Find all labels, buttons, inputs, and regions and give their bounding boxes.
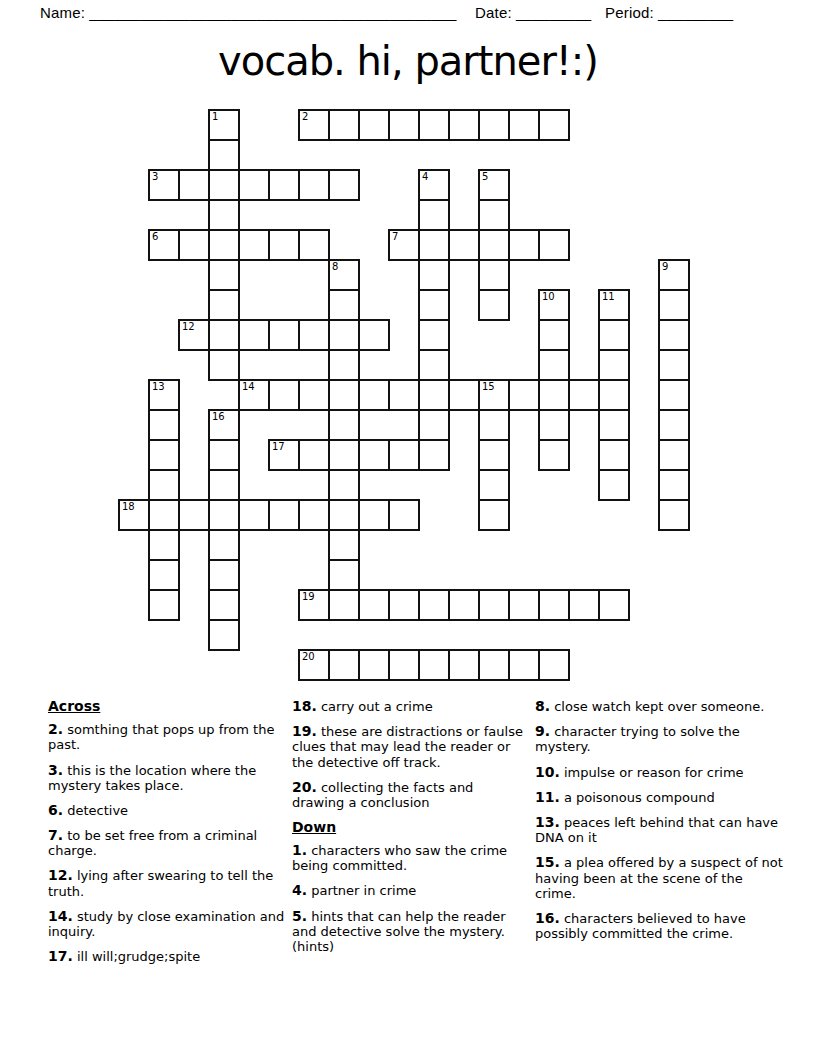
clue-text: a poisonous compound	[564, 790, 715, 805]
clue-text: lying after swearing to tell the truth.	[48, 868, 273, 898]
clue-number: 15.	[535, 854, 560, 870]
clue-number: 11.	[535, 789, 560, 805]
clue-text: characters believed to have possibly com…	[535, 911, 746, 941]
grid-cell[interactable]	[208, 289, 240, 321]
grid-cell[interactable]	[328, 439, 360, 471]
grid-cell[interactable]	[298, 319, 330, 351]
clue-number: 20.	[292, 779, 317, 795]
grid-cell[interactable]	[598, 319, 630, 351]
grid-cell[interactable]	[268, 379, 300, 411]
clue-text: ill will;grudge;spite	[77, 949, 200, 964]
grid-cell[interactable]	[208, 229, 240, 261]
grid-cell[interactable]	[508, 229, 540, 261]
clue-number: 6.	[48, 802, 63, 818]
grid-cell[interactable]	[448, 649, 480, 681]
grid-cell[interactable]	[598, 589, 630, 621]
clue-number: 18.	[292, 698, 317, 714]
grid-cell[interactable]	[568, 379, 600, 411]
clue-text: partner in crime	[311, 883, 416, 898]
clue-item: 14. study by close examination and inqui…	[48, 908, 286, 939]
clue-item: 3. this is the location where the myster…	[48, 762, 286, 793]
clue-text: peaces left behind that can have DNA on …	[535, 815, 778, 845]
grid-cell[interactable]	[478, 199, 510, 231]
crossword-grid: 1234567891011121314151617181920	[119, 110, 691, 682]
clue-number: 16.	[535, 910, 560, 926]
grid-cell[interactable]	[508, 649, 540, 681]
grid-cell[interactable]	[328, 649, 360, 681]
clue-number: 17.	[48, 948, 73, 964]
grid-cell[interactable]	[178, 169, 210, 201]
clue-item: 19. these are distractions or faulse clu…	[292, 723, 524, 769]
clue-number: 14.	[48, 908, 73, 924]
grid-cell[interactable]	[388, 589, 420, 621]
grid-cell[interactable]	[208, 469, 240, 501]
grid-cell[interactable]	[418, 439, 450, 471]
clue-number: 1.	[292, 842, 307, 858]
clue-item: 7. to be set free from a criminal charge…	[48, 827, 286, 858]
grid-cell[interactable]	[298, 379, 330, 411]
clue-number: 10.	[535, 764, 560, 780]
grid-cell[interactable]	[328, 169, 360, 201]
grid-cell[interactable]	[268, 229, 300, 261]
clue-item: 11. a poisonous compound	[535, 789, 787, 805]
grid-cell[interactable]	[358, 379, 390, 411]
clue-item: 10. impulse or reason for crime	[535, 764, 787, 780]
grid-cell[interactable]	[328, 469, 360, 501]
grid-cell[interactable]	[568, 589, 600, 621]
grid-cell[interactable]	[208, 529, 240, 561]
grid-cell[interactable]	[208, 619, 240, 651]
grid-cell[interactable]	[658, 259, 690, 291]
clue-text: hints that can help the reader and detec…	[292, 909, 506, 954]
grid-cell[interactable]	[598, 379, 630, 411]
clue-text: impulse or reason for crime	[564, 765, 744, 780]
grid-cell[interactable]	[538, 289, 570, 321]
clue-number: 4.	[292, 882, 307, 898]
grid-cell[interactable]	[208, 439, 240, 471]
grid-cell[interactable]	[328, 109, 360, 141]
grid-cell[interactable]	[418, 289, 450, 321]
clue-number: 2.	[48, 721, 63, 737]
grid-cell[interactable]	[208, 499, 240, 531]
grid-cell[interactable]	[148, 499, 180, 531]
grid-cell[interactable]	[358, 109, 390, 141]
grid-cell[interactable]	[538, 349, 570, 381]
grid-cell[interactable]	[538, 439, 570, 471]
grid-cell[interactable]	[658, 499, 690, 531]
grid-cell[interactable]	[538, 229, 570, 261]
clue-number: 13.	[535, 814, 560, 830]
clue-item: 18. carry out a crime	[292, 698, 524, 714]
grid-cell[interactable]	[478, 229, 510, 261]
clue-item: 17. ill will;grudge;spite	[48, 948, 286, 964]
grid-cell[interactable]	[658, 379, 690, 411]
grid-cell[interactable]	[328, 289, 360, 321]
grid-cell[interactable]	[328, 319, 360, 351]
grid-cell[interactable]	[328, 379, 360, 411]
grid-cell[interactable]	[598, 439, 630, 471]
grid-cell[interactable]	[478, 109, 510, 141]
grid-cell[interactable]	[658, 439, 690, 471]
clue-text: this is the location where the mystery t…	[48, 763, 256, 793]
grid-cell[interactable]	[208, 109, 240, 141]
grid-cell[interactable]	[208, 199, 240, 231]
grid-cell[interactable]	[148, 589, 180, 621]
grid-cell[interactable]	[658, 349, 690, 381]
grid-cell[interactable]	[298, 169, 330, 201]
clue-text: these are distractions or faulse clues t…	[292, 724, 523, 769]
grid-cell[interactable]	[268, 499, 300, 531]
date-blank-line[interactable]: _________	[516, 4, 591, 21]
grid-cell[interactable]	[478, 259, 510, 291]
grid-cell[interactable]	[268, 169, 300, 201]
grid-cell[interactable]	[418, 409, 450, 441]
grid-cell[interactable]	[388, 499, 420, 531]
grid-cell[interactable]	[478, 469, 510, 501]
grid-cell[interactable]	[418, 229, 450, 261]
clue-item: 12. lying after swearing to tell the tru…	[48, 867, 286, 898]
clue-item: 6. detective	[48, 802, 286, 818]
clue-item: 4. partner in crime	[292, 882, 524, 898]
grid-cell[interactable]	[148, 229, 180, 261]
period-blank-line[interactable]: _________	[658, 4, 733, 21]
period-label: Period:	[605, 4, 654, 21]
grid-cell[interactable]	[328, 529, 360, 561]
grid-cell[interactable]	[328, 589, 360, 621]
grid-cell[interactable]	[658, 409, 690, 441]
grid-cell[interactable]	[358, 319, 390, 351]
grid-cell[interactable]	[478, 379, 510, 411]
grid-cell[interactable]	[358, 499, 390, 531]
grid-cell[interactable]	[478, 409, 510, 441]
clue-text: somthing that pops up from the past.	[48, 722, 274, 752]
grid-cell[interactable]	[448, 109, 480, 141]
clue-text: to be set free from a criminal charge.	[48, 828, 257, 858]
clue-item: 5. hints that can help the reader and de…	[292, 908, 524, 954]
grid-cell[interactable]	[208, 319, 240, 351]
grid-cell[interactable]	[328, 559, 360, 591]
clue-list-header: Across	[48, 698, 286, 714]
grid-cell[interactable]	[238, 379, 270, 411]
grid-cell[interactable]	[268, 439, 300, 471]
grid-cell[interactable]	[148, 409, 180, 441]
grid-cell[interactable]	[508, 379, 540, 411]
grid-cell[interactable]	[418, 109, 450, 141]
grid-cell[interactable]	[478, 169, 510, 201]
clue-number: 7.	[48, 827, 63, 843]
clue-number: 5.	[292, 908, 307, 924]
clue-text: collecting the facts and drawing a concl…	[292, 780, 473, 810]
grid-cell[interactable]	[658, 319, 690, 351]
grid-cell[interactable]	[478, 499, 510, 531]
clues-column-2: 18. carry out a crime19. these are distr…	[292, 698, 524, 963]
grid-cell[interactable]	[448, 379, 480, 411]
grid-cell[interactable]	[178, 319, 210, 351]
grid-cell[interactable]	[178, 499, 210, 531]
clue-item: 2. somthing that pops up from the past.	[48, 721, 286, 752]
grid-cell[interactable]	[418, 649, 450, 681]
grid-cell[interactable]	[208, 589, 240, 621]
grid-cell[interactable]	[388, 229, 420, 261]
grid-cell[interactable]	[598, 409, 630, 441]
grid-cell[interactable]	[148, 169, 180, 201]
grid-cell[interactable]	[238, 499, 270, 531]
clue-text: a plea offered by a suspect of not havin…	[535, 855, 783, 900]
grid-cell[interactable]	[238, 169, 270, 201]
puzzle-title: vocab. hi, partner!:)	[0, 38, 816, 84]
name-blank-line[interactable]: ________________________________________…	[89, 4, 456, 21]
grid-cell[interactable]	[208, 349, 240, 381]
clue-number: 12.	[48, 867, 73, 883]
grid-cell[interactable]	[148, 469, 180, 501]
grid-cell[interactable]	[538, 319, 570, 351]
grid-cell[interactable]	[598, 349, 630, 381]
clue-number: 9.	[535, 723, 550, 739]
grid-cell[interactable]	[358, 439, 390, 471]
grid-cell[interactable]	[148, 559, 180, 591]
grid-cell[interactable]	[148, 529, 180, 561]
grid-cell[interactable]	[388, 649, 420, 681]
grid-cell[interactable]	[358, 649, 390, 681]
grid-cell[interactable]	[238, 319, 270, 351]
grid-cell[interactable]	[178, 229, 210, 261]
grid-cell[interactable]	[298, 649, 330, 681]
clue-text: detective	[67, 803, 128, 818]
clue-item: 1. characters who saw the crime being co…	[292, 842, 524, 873]
grid-cell[interactable]	[478, 439, 510, 471]
grid-cell[interactable]	[478, 289, 510, 321]
clue-item: 13. peaces left behind that can have DNA…	[535, 814, 787, 845]
grid-cell[interactable]	[388, 109, 420, 141]
name-label: Name:	[40, 4, 85, 21]
grid-cell[interactable]	[298, 499, 330, 531]
grid-cell[interactable]	[448, 229, 480, 261]
clue-text: close watch kept over someone.	[554, 699, 764, 714]
grid-cell[interactable]	[658, 469, 690, 501]
grid-cell[interactable]	[148, 379, 180, 411]
grid-cell[interactable]	[208, 409, 240, 441]
grid-cell[interactable]	[208, 169, 240, 201]
grid-cell[interactable]	[418, 379, 450, 411]
grid-cell[interactable]	[298, 229, 330, 261]
grid-cell[interactable]	[328, 499, 360, 531]
grid-cell[interactable]	[478, 649, 510, 681]
clue-item: 20. collecting the facts and drawing a c…	[292, 779, 524, 810]
grid-cell[interactable]	[418, 349, 450, 381]
grid-cell[interactable]	[148, 439, 180, 471]
grid-cell[interactable]	[268, 319, 300, 351]
grid-cell[interactable]	[538, 109, 570, 141]
grid-cell[interactable]	[478, 589, 510, 621]
grid-cell[interactable]	[538, 589, 570, 621]
clue-item: 9. character trying to solve the mystery…	[535, 723, 787, 754]
grid-cell[interactable]	[388, 379, 420, 411]
date-label: Date:	[475, 4, 512, 21]
grid-cell[interactable]	[418, 319, 450, 351]
grid-cell[interactable]	[238, 229, 270, 261]
grid-cell[interactable]	[328, 259, 360, 291]
clue-text: character trying to solve the mystery.	[535, 724, 740, 754]
grid-cell[interactable]	[388, 439, 420, 471]
grid-cell[interactable]	[328, 409, 360, 441]
clue-number: 3.	[48, 762, 63, 778]
clue-item: 15. a plea offered by a suspect of not h…	[535, 854, 787, 900]
clues-column-3: 8. close watch kept over someone.9. char…	[535, 698, 787, 950]
grid-cell[interactable]	[298, 109, 330, 141]
grid-cell[interactable]	[418, 589, 450, 621]
grid-cell[interactable]	[598, 289, 630, 321]
clue-item: 16. characters believed to have possibly…	[535, 910, 787, 941]
grid-cell[interactable]	[328, 349, 360, 381]
clue-number: 19.	[292, 723, 317, 739]
clue-text: characters who saw the crime being commi…	[292, 843, 507, 873]
grid-cell[interactable]	[598, 469, 630, 501]
grid-cell[interactable]	[508, 109, 540, 141]
grid-cell[interactable]	[508, 589, 540, 621]
grid-cell[interactable]	[298, 439, 330, 471]
grid-cell[interactable]	[418, 169, 450, 201]
grid-cell[interactable]	[418, 259, 450, 291]
grid-cell[interactable]	[538, 649, 570, 681]
grid-cell[interactable]	[118, 499, 150, 531]
clue-item: 8. close watch kept over someone.	[535, 698, 787, 714]
grid-cell[interactable]	[208, 259, 240, 291]
grid-cell[interactable]	[418, 199, 450, 231]
grid-cell[interactable]	[208, 139, 240, 171]
clue-text: study by close examination and inquiry.	[48, 909, 284, 939]
grid-cell[interactable]	[358, 589, 390, 621]
grid-cell[interactable]	[538, 409, 570, 441]
clue-number: 8.	[535, 698, 550, 714]
clue-list-header: Down	[292, 819, 524, 835]
grid-cell[interactable]	[448, 589, 480, 621]
clue-text: carry out a crime	[321, 699, 433, 714]
grid-cell[interactable]	[658, 289, 690, 321]
grid-cell[interactable]	[538, 379, 570, 411]
clues-column-1: Across2. somthing that pops up from the …	[48, 698, 286, 973]
grid-cell[interactable]	[208, 559, 240, 591]
grid-cell[interactable]	[298, 589, 330, 621]
